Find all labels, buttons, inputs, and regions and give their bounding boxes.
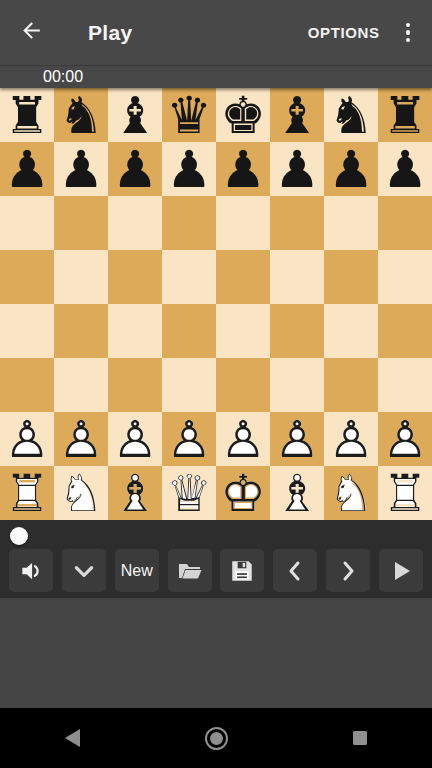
square-h3[interactable]: [378, 358, 432, 412]
piece-black-knight: ♞: [324, 88, 378, 142]
piece-black-bishop: ♝: [108, 88, 162, 142]
square-c7[interactable]: ♟: [108, 142, 162, 196]
piece-white-pawn: ♙: [378, 412, 432, 466]
square-d8[interactable]: ♛: [162, 88, 216, 142]
square-g7[interactable]: ♟: [324, 142, 378, 196]
toolbar: New: [0, 520, 432, 598]
square-h8[interactable]: ♜: [378, 88, 432, 142]
toolbar-buttons: New: [9, 549, 423, 592]
square-e6[interactable]: [216, 196, 270, 250]
app-bar: Play OPTIONS: [0, 0, 432, 65]
speaker-icon: [18, 558, 44, 584]
square-d1[interactable]: ♛♕: [162, 466, 216, 520]
square-b7[interactable]: ♟: [54, 142, 108, 196]
square-c1[interactable]: ♝♗: [108, 466, 162, 520]
square-c6[interactable]: [108, 196, 162, 250]
piece-black-rook: ♜: [0, 88, 54, 142]
square-d5[interactable]: [162, 250, 216, 304]
square-d6[interactable]: [162, 196, 216, 250]
square-g1[interactable]: ♞♘: [324, 466, 378, 520]
square-f8[interactable]: ♝: [270, 88, 324, 142]
folder-open-icon: [176, 558, 204, 584]
square-c8[interactable]: ♝: [108, 88, 162, 142]
piece-white-knight: ♘: [54, 466, 108, 520]
square-e8[interactable]: ♚: [216, 88, 270, 142]
recents-square-icon: [353, 731, 367, 745]
square-c3[interactable]: [108, 358, 162, 412]
page-title: Play: [88, 21, 132, 45]
square-e4[interactable]: [216, 304, 270, 358]
back-triangle-icon: [65, 729, 80, 747]
move-slider-thumb[interactable]: [10, 527, 28, 545]
square-d4[interactable]: [162, 304, 216, 358]
nav-recents-button[interactable]: [288, 731, 432, 745]
square-d3[interactable]: [162, 358, 216, 412]
square-g4[interactable]: [324, 304, 378, 358]
square-a2[interactable]: ♟♙: [0, 412, 54, 466]
piece-white-king: ♔: [216, 466, 270, 520]
piece-black-pawn: ♟: [54, 142, 108, 196]
square-g6[interactable]: [324, 196, 378, 250]
piece-white-pawn: ♙: [0, 412, 54, 466]
square-g3[interactable]: [324, 358, 378, 412]
piece-white-rook: ♖: [0, 466, 54, 520]
square-f5[interactable]: [270, 250, 324, 304]
piece-white-pawn: ♙: [216, 412, 270, 466]
square-f6[interactable]: [270, 196, 324, 250]
chess-board: ♜♞♝♛♚♝♞♜♟♟♟♟♟♟♟♟♟♙♟♙♟♙♟♙♟♙♟♙♟♙♟♙♜♖♞♘♝♗♛♕…: [0, 88, 432, 520]
piece-black-pawn: ♟: [270, 142, 324, 196]
square-a4[interactable]: [0, 304, 54, 358]
square-d7[interactable]: ♟: [162, 142, 216, 196]
piece-black-pawn: ♟: [0, 142, 54, 196]
square-f7[interactable]: ♟: [270, 142, 324, 196]
square-f4[interactable]: [270, 304, 324, 358]
square-a8[interactable]: ♜: [0, 88, 54, 142]
piece-black-queen: ♛: [162, 88, 216, 142]
white-clock: 00:00: [43, 68, 83, 86]
square-e2[interactable]: ♟♙: [216, 412, 270, 466]
move-list-area: [0, 598, 432, 708]
square-b8[interactable]: ♞: [54, 88, 108, 142]
square-g5[interactable]: [324, 250, 378, 304]
square-a3[interactable]: [0, 358, 54, 412]
piece-white-bishop: ♗: [270, 466, 324, 520]
square-e7[interactable]: ♟: [216, 142, 270, 196]
piece-black-pawn: ♟: [162, 142, 216, 196]
android-nav-bar: [0, 708, 432, 768]
back-button[interactable]: [16, 18, 46, 48]
square-b6[interactable]: [54, 196, 108, 250]
piece-white-pawn: ♙: [162, 412, 216, 466]
square-a1[interactable]: ♜♖: [0, 466, 54, 520]
nav-home-button[interactable]: [144, 727, 288, 750]
piece-black-rook: ♜: [378, 88, 432, 142]
piece-white-knight: ♘: [324, 466, 378, 520]
piece-black-pawn: ♟: [324, 142, 378, 196]
piece-white-pawn: ♙: [54, 412, 108, 466]
square-h2[interactable]: ♟♙: [378, 412, 432, 466]
square-h4[interactable]: [378, 304, 432, 358]
clock-bar: 00:00: [0, 65, 432, 88]
arrow-left-icon: [19, 18, 44, 47]
piece-black-pawn: ♟: [216, 142, 270, 196]
piece-black-pawn: ♟: [378, 142, 432, 196]
square-f2[interactable]: ♟♙: [270, 412, 324, 466]
square-d2[interactable]: ♟♙: [162, 412, 216, 466]
square-e3[interactable]: [216, 358, 270, 412]
square-c5[interactable]: [108, 250, 162, 304]
new-game-button[interactable]: New: [115, 549, 159, 592]
square-b3[interactable]: [54, 358, 108, 412]
square-b2[interactable]: ♟♙: [54, 412, 108, 466]
save-button[interactable]: [220, 549, 264, 592]
square-c2[interactable]: ♟♙: [108, 412, 162, 466]
piece-white-pawn: ♙: [324, 412, 378, 466]
square-a6[interactable]: [0, 196, 54, 250]
square-h5[interactable]: [378, 250, 432, 304]
square-c4[interactable]: [108, 304, 162, 358]
new-game-label: New: [121, 562, 153, 580]
square-f3[interactable]: [270, 358, 324, 412]
kebab-menu-icon[interactable]: [404, 19, 413, 47]
piece-black-pawn: ♟: [108, 142, 162, 196]
next-move-button[interactable]: [326, 549, 370, 592]
piece-white-pawn: ♙: [270, 412, 324, 466]
volume-button[interactable]: [9, 549, 53, 592]
open-button[interactable]: [168, 549, 212, 592]
piece-black-knight: ♞: [54, 88, 108, 142]
square-f1[interactable]: ♝♗: [270, 466, 324, 520]
floppy-disk-icon: [229, 558, 255, 584]
piece-black-king: ♚: [216, 88, 270, 142]
square-g8[interactable]: ♞: [324, 88, 378, 142]
chevron-down-icon: [71, 558, 97, 584]
piece-white-pawn: ♙: [108, 412, 162, 466]
nav-back-button[interactable]: [0, 729, 144, 747]
previous-move-button[interactable]: [273, 549, 317, 592]
square-g2[interactable]: ♟♙: [324, 412, 378, 466]
options-button[interactable]: OPTIONS: [308, 24, 380, 41]
piece-white-queen: ♕: [162, 466, 216, 520]
piece-black-bishop: ♝: [270, 88, 324, 142]
square-e5[interactable]: [216, 250, 270, 304]
square-b1[interactable]: ♞♘: [54, 466, 108, 520]
square-h7[interactable]: ♟: [378, 142, 432, 196]
square-h1[interactable]: ♜♖: [378, 466, 432, 520]
square-a5[interactable]: [0, 250, 54, 304]
square-e1[interactable]: ♚♔: [216, 466, 270, 520]
collapse-button[interactable]: [62, 549, 106, 592]
square-b5[interactable]: [54, 250, 108, 304]
play-forward-button[interactable]: [379, 549, 423, 592]
chess-app-screen: Play OPTIONS 00:00 ♜♞♝♛♚♝♞♜♟♟♟♟♟♟♟♟♟♙♟♙♟…: [0, 0, 432, 768]
piece-white-bishop: ♗: [108, 466, 162, 520]
chevron-left-icon: [283, 558, 307, 584]
chevron-right-icon: [336, 558, 360, 584]
piece-white-rook: ♖: [378, 466, 432, 520]
square-a7[interactable]: ♟: [0, 142, 54, 196]
square-b4[interactable]: [54, 304, 108, 358]
home-circle-icon: [205, 727, 228, 750]
play-icon: [389, 558, 413, 584]
square-h6[interactable]: [378, 196, 432, 250]
